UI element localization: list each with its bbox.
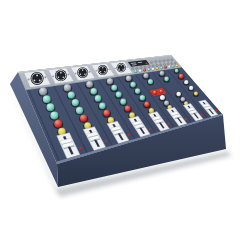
master-knob-teal <box>175 69 179 73</box>
xlr-socket <box>98 65 108 75</box>
xlr-pin <box>122 69 123 70</box>
rear-mini-knob-white <box>139 69 142 72</box>
channel-4-knob-teal <box>116 92 122 98</box>
channel-6-knob-gray <box>143 73 148 78</box>
rear-mini-knob-yellow <box>176 64 179 67</box>
xlr-socket <box>77 67 88 78</box>
level-led <box>128 134 130 136</box>
red-knob <box>153 90 157 94</box>
master-knob-yellow <box>194 91 198 95</box>
channel-7-knob-teal <box>164 77 169 82</box>
channel-3-knob-teal <box>95 95 102 102</box>
channel-1-knob-red <box>54 120 62 128</box>
screw <box>108 68 110 70</box>
xlr-pin <box>62 76 64 78</box>
xlr-pin <box>119 69 120 70</box>
red-knob <box>159 89 163 93</box>
screw <box>28 78 30 80</box>
xlr-pin <box>36 75 38 77</box>
level-led <box>167 123 169 125</box>
channel-4-knob-gray <box>107 78 113 84</box>
channel-5-knob-teal <box>130 82 136 88</box>
level-led <box>201 114 203 116</box>
xlr-pin <box>34 80 36 82</box>
rear-mini-knob-red <box>143 69 146 72</box>
channel-3-knob-gray <box>86 81 93 88</box>
channel-3-knob-red <box>103 110 110 117</box>
channel-6-knob-teal <box>148 79 153 84</box>
channel-2-knob-teal <box>72 99 79 106</box>
rear-mini-knob-teal <box>134 70 137 73</box>
xlr-pin <box>102 67 103 68</box>
channel-6-knob-gray <box>164 100 169 105</box>
product-photo-mixer <box>0 0 240 240</box>
screw <box>95 70 97 72</box>
screw <box>126 66 128 68</box>
xlr-pin <box>82 69 84 71</box>
master-knob-white <box>184 80 188 84</box>
screw <box>114 68 116 70</box>
screw <box>44 76 46 78</box>
xlr-pin <box>80 74 82 76</box>
channel-7-knob-white <box>176 92 181 97</box>
channel-6-knob-white <box>160 95 165 100</box>
channel-5-knob-teal <box>135 88 141 94</box>
channel-3-knob-teal <box>99 102 106 109</box>
channel-5-knob-red <box>144 101 150 107</box>
xlr-socket <box>55 69 67 81</box>
screw <box>89 71 91 73</box>
level-led <box>105 140 107 142</box>
level-led <box>149 128 151 130</box>
channel-7-knob-gray <box>159 71 164 76</box>
channel-1-knob-gray <box>39 87 47 95</box>
channel-1-knob-teal <box>46 103 54 111</box>
rear-mini-knob-teal <box>147 68 150 71</box>
channel-4-knob-teal <box>120 99 126 105</box>
xlr-pin <box>60 72 62 74</box>
level-led <box>216 109 218 111</box>
channel-2-knob-red <box>80 114 87 121</box>
master-knob-white <box>189 86 193 90</box>
xlr-pin <box>100 71 101 72</box>
screw <box>75 73 77 75</box>
xlr-pin <box>39 80 41 82</box>
rear-mini-knob-red <box>164 66 167 69</box>
channel-4-knob-red <box>125 105 131 111</box>
channel-2-knob-teal <box>68 91 75 98</box>
master-knob-red <box>179 74 184 79</box>
module-button <box>146 62 148 64</box>
rear-mini-knob-white <box>152 67 155 70</box>
xlr-pin <box>58 76 60 78</box>
level-led <box>79 147 81 149</box>
screw <box>67 73 69 75</box>
rear-mini-knob-teal <box>172 65 175 68</box>
channel-1-knob-teal <box>43 95 51 103</box>
mixer-illustration <box>0 0 240 240</box>
channel-5-knob-teal <box>140 95 146 101</box>
rear-mini-knob-white <box>168 65 171 68</box>
rear-mini-knob-yellow <box>156 67 159 70</box>
channel-2-knob-gray <box>64 84 72 92</box>
channel-3-knob-teal <box>90 88 97 95</box>
channel-2-knob-teal <box>76 107 83 114</box>
channel-7-knob-gray <box>180 97 185 102</box>
level-led <box>185 118 187 120</box>
xlr-pin <box>121 65 122 66</box>
channel-1-knob-teal <box>50 111 58 119</box>
rear-mini-knob-teal <box>160 66 163 69</box>
channel-4-knob-teal <box>111 85 117 91</box>
xlr-pin <box>84 74 86 76</box>
channel-5-knob-gray <box>126 75 132 81</box>
xlr-socket <box>31 72 44 85</box>
screw <box>52 75 54 77</box>
xlr-socket <box>117 63 126 72</box>
xlr-pin <box>104 71 105 72</box>
